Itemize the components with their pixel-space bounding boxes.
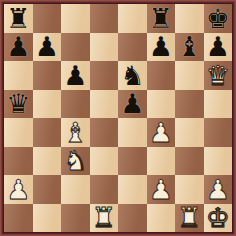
black-rook: ♜ [6,5,30,32]
square-c5[interactable] [61,90,90,119]
black-pawn: ♟ [35,33,59,60]
square-a4[interactable] [4,118,33,147]
square-a3[interactable] [4,147,33,176]
square-b8[interactable] [33,4,62,33]
black-knight: ♞ [120,62,144,89]
square-f2[interactable]: ♟ [147,175,176,204]
white-pawn: ♟ [149,176,173,203]
white-pawn: ♟ [6,176,30,203]
square-e7[interactable] [118,33,147,62]
square-c3[interactable]: ♞ [61,147,90,176]
square-b2[interactable] [33,175,62,204]
white-king: ♚ [206,204,230,231]
square-c7[interactable] [61,33,90,62]
square-e1[interactable] [118,204,147,233]
square-g6[interactable] [175,61,204,90]
square-e6[interactable]: ♞ [118,61,147,90]
square-b3[interactable] [33,147,62,176]
square-d3[interactable] [90,147,119,176]
square-g7[interactable]: ♝ [175,33,204,62]
square-f1[interactable] [147,204,176,233]
square-f8[interactable]: ♜ [147,4,176,33]
square-d4[interactable] [90,118,119,147]
square-g4[interactable] [175,118,204,147]
white-queen: ♛ [206,62,230,89]
square-f7[interactable]: ♟ [147,33,176,62]
white-bishop: ♝ [63,119,87,146]
square-c8[interactable] [61,4,90,33]
square-c2[interactable] [61,175,90,204]
black-queen: ♛ [6,90,30,117]
square-c6[interactable]: ♟ [61,61,90,90]
square-a8[interactable]: ♜ [4,4,33,33]
square-e2[interactable] [118,175,147,204]
board-frame: ♜♜♚♟♟♟♝♟♟♞♛♛♟♝♟♞♟♟♟♜♜♚ [0,0,236,236]
square-h4[interactable] [204,118,233,147]
square-d8[interactable] [90,4,119,33]
square-g3[interactable] [175,147,204,176]
black-king: ♚ [206,5,230,32]
square-g2[interactable] [175,175,204,204]
square-b1[interactable] [33,204,62,233]
square-h2[interactable]: ♟ [204,175,233,204]
square-e4[interactable] [118,118,147,147]
black-pawn: ♟ [206,33,230,60]
black-pawn: ♟ [63,62,87,89]
square-f4[interactable]: ♟ [147,118,176,147]
square-d1[interactable]: ♜ [90,204,119,233]
square-d5[interactable] [90,90,119,119]
square-h7[interactable]: ♟ [204,33,233,62]
black-pawn: ♟ [120,90,144,117]
white-rook: ♜ [177,204,201,231]
square-a1[interactable] [4,204,33,233]
square-d7[interactable] [90,33,119,62]
square-h1[interactable]: ♚ [204,204,233,233]
square-d2[interactable] [90,175,119,204]
square-b4[interactable] [33,118,62,147]
square-g5[interactable] [175,90,204,119]
square-g1[interactable]: ♜ [175,204,204,233]
square-e8[interactable] [118,4,147,33]
black-bishop: ♝ [177,33,201,60]
square-h3[interactable] [204,147,233,176]
square-f5[interactable] [147,90,176,119]
square-a5[interactable]: ♛ [4,90,33,119]
square-a2[interactable]: ♟ [4,175,33,204]
square-c4[interactable]: ♝ [61,118,90,147]
black-pawn: ♟ [6,33,30,60]
square-h8[interactable]: ♚ [204,4,233,33]
square-c1[interactable] [61,204,90,233]
square-h6[interactable]: ♛ [204,61,233,90]
square-g8[interactable] [175,4,204,33]
black-pawn: ♟ [149,33,173,60]
square-h5[interactable] [204,90,233,119]
square-a7[interactable]: ♟ [4,33,33,62]
square-f6[interactable] [147,61,176,90]
square-b7[interactable]: ♟ [33,33,62,62]
square-e3[interactable] [118,147,147,176]
square-a6[interactable] [4,61,33,90]
black-rook: ♜ [149,5,173,32]
square-b5[interactable] [33,90,62,119]
chess-board: ♜♜♚♟♟♟♝♟♟♞♛♛♟♝♟♞♟♟♟♜♜♚ [4,4,232,232]
white-knight: ♞ [63,147,87,174]
square-d6[interactable] [90,61,119,90]
white-pawn: ♟ [149,119,173,146]
white-rook: ♜ [92,204,116,231]
white-pawn: ♟ [206,176,230,203]
square-f3[interactable] [147,147,176,176]
square-b6[interactable] [33,61,62,90]
square-e5[interactable]: ♟ [118,90,147,119]
